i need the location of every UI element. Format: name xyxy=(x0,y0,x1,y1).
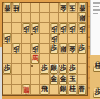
square[interactable] xyxy=(78,64,87,74)
square[interactable] xyxy=(68,13,77,23)
square[interactable]: 香 xyxy=(3,3,12,13)
square[interactable]: 歩 xyxy=(31,23,40,33)
shogi-piece[interactable]: 金 xyxy=(68,43,76,54)
shogi-piece[interactable]: 歩 xyxy=(59,63,67,74)
shogi-piece[interactable]: 銀 xyxy=(78,12,86,23)
square[interactable] xyxy=(3,54,12,64)
shogi-piece[interactable]: 歩 xyxy=(59,23,67,34)
shogi-piece[interactable]: 歩 xyxy=(68,23,76,34)
square[interactable] xyxy=(12,54,21,64)
square[interactable] xyxy=(50,13,59,23)
square[interactable] xyxy=(78,34,87,44)
board[interactable]: 香桂金玉香銀歩歩歩歩歩歩歩歩歩歩歩銀金歩馬歩歩銀歩歩金金玉龍飛銀桂香 xyxy=(2,2,88,96)
square[interactable] xyxy=(59,54,68,64)
square[interactable]: 飛 xyxy=(40,85,49,95)
square[interactable] xyxy=(40,44,49,54)
rank-label: 四 xyxy=(88,36,89,40)
shogi-piece[interactable]: 飛 xyxy=(40,84,48,95)
square[interactable]: 歩 xyxy=(3,34,12,44)
square[interactable]: 歩 xyxy=(50,34,59,44)
square[interactable]: 銀 xyxy=(59,85,68,95)
square[interactable]: 馬 xyxy=(31,54,40,64)
shogi-piece[interactable]: 歩 xyxy=(40,63,48,74)
square[interactable] xyxy=(78,75,87,85)
square[interactable] xyxy=(3,23,12,33)
square[interactable] xyxy=(22,44,31,54)
square[interactable] xyxy=(12,13,21,23)
square[interactable]: 歩 xyxy=(40,64,49,74)
shogi-piece[interactable]: 歩 xyxy=(31,43,39,54)
square[interactable] xyxy=(31,64,40,74)
rank-label: 二 xyxy=(88,15,89,19)
shogi-piece[interactable]: 歩 xyxy=(50,23,58,34)
square[interactable] xyxy=(40,75,49,85)
square[interactable]: 龍 xyxy=(22,85,31,95)
square[interactable]: 玉 xyxy=(68,75,77,85)
square[interactable]: 歩 xyxy=(31,44,40,54)
square[interactable] xyxy=(22,75,31,85)
shogi-piece[interactable]: 玉 xyxy=(68,2,76,13)
square[interactable] xyxy=(12,75,21,85)
square[interactable] xyxy=(3,85,12,95)
square[interactable] xyxy=(59,13,68,23)
shogi-piece[interactable]: 歩 xyxy=(12,43,20,54)
square[interactable]: 銀 xyxy=(78,13,87,23)
square[interactable]: 歩 xyxy=(22,23,31,33)
square[interactable]: 桂 xyxy=(68,85,77,95)
board-frame: 香桂金玉香銀歩歩歩歩歩歩歩歩歩歩歩銀金歩馬歩歩銀歩歩金金玉龍飛銀桂香 一二三四五… xyxy=(0,0,100,99)
square[interactable] xyxy=(22,13,31,23)
shogi-piece[interactable]: 金 xyxy=(50,74,58,85)
shogi-piece[interactable]: 金 xyxy=(59,2,67,13)
shogi-piece[interactable]: 歩 xyxy=(50,43,58,54)
square[interactable]: 桂 xyxy=(12,3,21,13)
square[interactable] xyxy=(31,34,40,44)
shogi-piece[interactable]: 歩 xyxy=(78,23,86,34)
info-text-line xyxy=(93,13,98,15)
square[interactable]: 歩 xyxy=(59,23,68,33)
square[interactable]: 金 xyxy=(50,75,59,85)
square[interactable] xyxy=(12,64,21,74)
shogi-piece[interactable]: 金 xyxy=(59,74,67,85)
square[interactable]: 銀 xyxy=(59,44,68,54)
rank-label: 七 xyxy=(88,66,89,70)
shogi-piece[interactable]: 銀 xyxy=(59,84,67,95)
shogi-piece[interactable]: 歩 xyxy=(50,33,58,44)
square[interactable]: 銀 xyxy=(50,64,59,74)
square[interactable]: 歩 xyxy=(68,64,77,74)
rank-label: 九 xyxy=(88,87,89,91)
shogi-piece[interactable]: 香 xyxy=(78,84,86,95)
square[interactable] xyxy=(40,34,49,44)
info-text-line xyxy=(93,2,100,4)
square[interactable] xyxy=(68,34,77,44)
shogi-piece[interactable]: 歩 xyxy=(78,43,86,54)
square[interactable] xyxy=(50,85,59,95)
shogi-piece[interactable]: 玉 xyxy=(68,74,76,85)
rank-label: 三 xyxy=(88,25,89,29)
square[interactable] xyxy=(3,13,12,23)
square[interactable]: 歩 xyxy=(68,23,77,33)
shogi-piece[interactable]: 銀 xyxy=(59,43,67,54)
shogi-piece[interactable]: 桂 xyxy=(93,61,100,72)
square[interactable]: 金 xyxy=(59,75,68,85)
square[interactable] xyxy=(31,85,40,95)
shogi-piece[interactable]: 歩 xyxy=(31,23,39,34)
square[interactable] xyxy=(31,3,40,13)
shogi-piece[interactable]: 桂 xyxy=(12,2,20,13)
square[interactable] xyxy=(22,34,31,44)
square[interactable] xyxy=(50,3,59,13)
square[interactable] xyxy=(40,13,49,23)
shogi-piece[interactable]: 香 xyxy=(3,2,11,13)
square[interactable] xyxy=(12,34,21,44)
square[interactable]: 歩 xyxy=(50,23,59,33)
shogi-piece[interactable]: 歩 xyxy=(68,63,76,74)
square[interactable] xyxy=(12,85,21,95)
shogi-piece[interactable]: 馬 xyxy=(31,53,39,64)
square[interactable] xyxy=(22,3,31,13)
square[interactable] xyxy=(3,44,12,54)
shogi-piece[interactable]: 香 xyxy=(78,2,86,13)
square[interactable]: 歩 xyxy=(50,44,59,54)
square[interactable]: 歩 xyxy=(12,44,21,54)
shogi-piece[interactable]: 歩 xyxy=(22,23,30,34)
square[interactable]: 香 xyxy=(78,85,87,95)
square[interactable] xyxy=(40,3,49,13)
shogi-piece[interactable]: 歩 xyxy=(3,63,11,74)
rank-label: 八 xyxy=(88,77,89,81)
square[interactable]: 金 xyxy=(68,44,77,54)
square[interactable]: 金 xyxy=(59,3,68,13)
game-info-panel xyxy=(90,0,100,55)
rank-label: 一 xyxy=(88,5,89,9)
square[interactable]: 歩 xyxy=(3,64,12,74)
shogi-piece[interactable]: 歩 xyxy=(3,33,11,44)
square[interactable] xyxy=(68,54,77,64)
square[interactable]: 香 xyxy=(78,3,87,13)
square[interactable] xyxy=(31,75,40,85)
square[interactable] xyxy=(31,13,40,23)
square[interactable] xyxy=(78,54,87,64)
sente-hand-tray[interactable]: 桂歩 xyxy=(90,55,100,99)
shogi-piece[interactable]: 歩 xyxy=(93,87,100,98)
rank-label: 六 xyxy=(88,56,89,60)
square[interactable] xyxy=(3,75,12,85)
shogi-piece[interactable]: 桂 xyxy=(68,84,76,95)
square[interactable]: 歩 xyxy=(78,23,87,33)
square[interactable] xyxy=(40,23,49,33)
square[interactable] xyxy=(40,54,49,64)
info-text-line xyxy=(93,6,99,8)
square[interactable] xyxy=(22,54,31,64)
square[interactable]: 歩 xyxy=(59,64,68,74)
square[interactable]: 歩 xyxy=(78,44,87,54)
square[interactable] xyxy=(12,23,21,33)
square[interactable] xyxy=(50,54,59,64)
shogi-piece[interactable]: 銀 xyxy=(50,63,58,74)
square[interactable] xyxy=(22,64,31,74)
square[interactable]: 玉 xyxy=(68,3,77,13)
shogi-piece[interactable]: 龍 xyxy=(22,84,30,95)
square[interactable] xyxy=(59,34,68,44)
info-text-line xyxy=(93,9,100,11)
rank-label: 五 xyxy=(88,46,89,50)
